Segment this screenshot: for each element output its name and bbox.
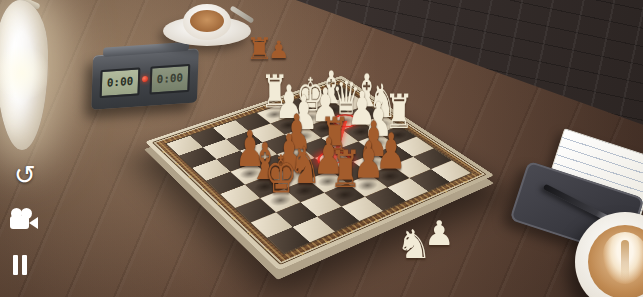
clock-left-display: 0:00 xyxy=(100,67,141,98)
chess-clock: 0:00 0:00 xyxy=(91,48,199,110)
camera-icon xyxy=(10,216,29,229)
captured-white-p: ♟ xyxy=(424,216,454,250)
pause-icon xyxy=(13,255,18,275)
camera-button[interactable] xyxy=(10,207,40,237)
undo-button[interactable]: ↺ xyxy=(10,160,40,190)
game-scene: 0:00 0:00 abcdefgh12345678 ♜♟♚♝♟♟♛♝♟♟♟♞♝… xyxy=(0,0,643,297)
brown-piece-r[interactable]: ♜ xyxy=(329,144,361,195)
captured-brown-p: ♟ xyxy=(268,38,290,62)
pause-icon xyxy=(22,255,27,275)
clock-right-display: 0:00 xyxy=(149,64,190,95)
teacup xyxy=(163,2,259,48)
brown-piece-k[interactable]: ♚ xyxy=(264,150,297,201)
camera-icon xyxy=(29,217,38,229)
clock-indicator-light xyxy=(142,76,148,82)
pause-button[interactable] xyxy=(10,253,40,283)
tea-surface xyxy=(190,10,224,32)
